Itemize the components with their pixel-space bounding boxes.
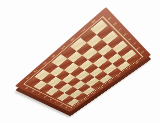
file-label: g	[134, 44, 143, 52]
product-photo-background: a b c d e f g h a b c d e f g h 8 7 6 5 …	[0, 0, 160, 123]
file-label: a	[104, 13, 115, 24]
board-squares	[27, 20, 140, 106]
file-label: f	[130, 39, 140, 47]
file-label: h	[138, 48, 147, 56]
file-label: d	[120, 30, 130, 39]
file-label: h	[62, 105, 71, 110]
file-label: g	[57, 102, 66, 107]
file-label: c	[115, 24, 126, 34]
file-label: e	[125, 35, 135, 44]
file-label: b	[110, 19, 121, 29]
file-label: e	[46, 97, 55, 103]
file-label: d	[40, 94, 50, 100]
file-label: f	[51, 100, 60, 105]
